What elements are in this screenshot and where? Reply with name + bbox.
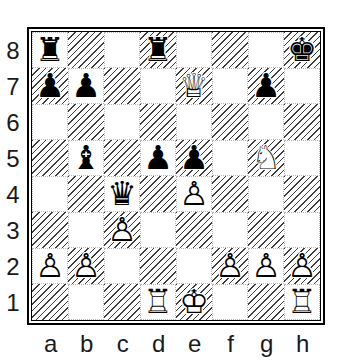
square-g3[interactable] [248,212,284,248]
rank-label-4: 4 [2,177,24,213]
square-c6[interactable] [104,104,140,140]
chess-board: ♜♜♜♜♚♚♟♟♟♟♛♕♟♟♝♝♟♟♟♟♞♘♛♛♟♙♟♙♟♙♟♙♟♙♟♙♟♙♜♖… [32,32,320,320]
square-e8[interactable] [176,32,212,68]
square-h5[interactable] [284,140,320,176]
black-bishop-icon: ♝ [68,139,104,175]
rank-label-2: 2 [2,249,24,285]
piece-halo: ♟ [176,139,212,175]
piece-halo: ♝ [68,139,104,175]
square-h4[interactable] [284,176,320,212]
black-pawn-icon: ♟ [176,139,212,175]
square-f1[interactable] [212,284,248,320]
black-pawn-icon: ♟ [68,67,104,103]
file-label-d: d [141,331,177,357]
square-e5[interactable]: ♟♟ [176,140,212,176]
square-f5[interactable] [212,140,248,176]
rank-label-6: 6 [2,105,24,141]
piece-halo: ♜ [284,283,320,319]
piece-halo: ♟ [284,247,320,283]
square-b2[interactable]: ♟♙ [68,248,104,284]
piece-halo: ♟ [140,139,176,175]
square-b1[interactable] [68,284,104,320]
piece-halo: ♜ [140,31,176,67]
square-b8[interactable] [68,32,104,68]
white-pawn-icon: ♙ [212,247,248,283]
square-f3[interactable] [212,212,248,248]
piece-halo: ♟ [32,67,68,103]
file-label-h: h [285,331,321,357]
square-c3[interactable]: ♟♙ [104,212,140,248]
file-label-a: a [33,331,69,357]
white-pawn-icon: ♙ [176,175,212,211]
square-d5[interactable]: ♟♟ [140,140,176,176]
piece-halo: ♟ [32,247,68,283]
white-queen-icon: ♕ [176,67,212,103]
black-rook-icon: ♜ [32,31,68,67]
file-label-e: e [177,331,213,357]
piece-halo: ♟ [212,247,248,283]
white-knight-icon: ♘ [248,139,284,175]
square-h2[interactable]: ♟♙ [284,248,320,284]
square-b4[interactable] [68,176,104,212]
black-pawn-icon: ♟ [140,139,176,175]
white-pawn-icon: ♙ [248,247,284,283]
piece-halo: ♞ [248,139,284,175]
rank-label-5: 5 [2,141,24,177]
square-d7[interactable] [140,68,176,104]
piece-halo: ♚ [284,31,320,67]
white-rook-icon: ♖ [284,283,320,319]
square-e2[interactable] [176,248,212,284]
square-d3[interactable] [140,212,176,248]
rank-label-1: 1 [2,285,24,321]
square-e3[interactable] [176,212,212,248]
square-a5[interactable] [32,140,68,176]
square-b7[interactable]: ♟♟ [68,68,104,104]
white-king-icon: ♔ [176,283,212,319]
piece-halo: ♛ [104,175,140,211]
square-a3[interactable] [32,212,68,248]
square-h8[interactable]: ♚♚ [284,32,320,68]
square-c2[interactable] [104,248,140,284]
square-f7[interactable] [212,68,248,104]
rank-label-8: 8 [2,33,24,69]
rank-label-7: 7 [2,69,24,105]
black-pawn-icon: ♟ [248,67,284,103]
black-king-icon: ♚ [284,31,320,67]
file-label-c: c [105,331,141,357]
square-f2[interactable]: ♟♙ [212,248,248,284]
square-g5[interactable]: ♞♘ [248,140,284,176]
square-c1[interactable] [104,284,140,320]
square-f6[interactable] [212,104,248,140]
white-pawn-icon: ♙ [104,211,140,247]
square-c8[interactable] [104,32,140,68]
square-a2[interactable]: ♟♙ [32,248,68,284]
square-h6[interactable] [284,104,320,140]
square-a1[interactable] [32,284,68,320]
square-b5[interactable]: ♝♝ [68,140,104,176]
rank-label-3: 3 [2,213,24,249]
square-e6[interactable] [176,104,212,140]
square-c7[interactable] [104,68,140,104]
square-d2[interactable] [140,248,176,284]
board-inner-border: ♜♜♜♜♚♚♟♟♟♟♛♕♟♟♝♝♟♟♟♟♞♘♛♛♟♙♟♙♟♙♟♙♟♙♟♙♟♙♜♖… [31,31,321,321]
piece-halo: ♟ [68,67,104,103]
square-h3[interactable] [284,212,320,248]
square-a8[interactable]: ♜♜ [32,32,68,68]
square-f4[interactable] [212,176,248,212]
piece-halo: ♟ [68,247,104,283]
square-d4[interactable] [140,176,176,212]
square-b6[interactable] [68,104,104,140]
square-d6[interactable] [140,104,176,140]
piece-halo: ♛ [176,67,212,103]
white-pawn-icon: ♙ [32,247,68,283]
square-d8[interactable]: ♜♜ [140,32,176,68]
square-d1[interactable]: ♜♖ [140,284,176,320]
square-c5[interactable] [104,140,140,176]
black-pawn-icon: ♟ [32,67,68,103]
square-g2[interactable]: ♟♙ [248,248,284,284]
black-queen-icon: ♛ [104,175,140,211]
piece-halo: ♜ [140,283,176,319]
file-label-f: f [213,331,249,357]
square-e4[interactable]: ♟♙ [176,176,212,212]
file-label-g: g [249,331,285,357]
square-a4[interactable] [32,176,68,212]
file-label-b: b [69,331,105,357]
chess-diagram: ♜♜♜♜♚♚♟♟♟♟♛♕♟♟♝♝♟♟♟♟♞♘♛♛♟♙♟♙♟♙♟♙♟♙♟♙♟♙♜♖… [0,0,360,360]
white-pawn-icon: ♙ [68,247,104,283]
piece-halo: ♟ [248,67,284,103]
piece-halo: ♟ [176,175,212,211]
square-a6[interactable] [32,104,68,140]
square-h7[interactable] [284,68,320,104]
square-g6[interactable] [248,104,284,140]
square-g1[interactable] [248,284,284,320]
piece-halo: ♟ [248,247,284,283]
white-pawn-icon: ♙ [284,247,320,283]
piece-halo: ♟ [104,211,140,247]
board-frame: ♜♜♜♜♚♚♟♟♟♟♛♕♟♟♝♝♟♟♟♟♞♘♛♛♟♙♟♙♟♙♟♙♟♙♟♙♟♙♜♖… [27,27,325,325]
white-rook-icon: ♖ [140,283,176,319]
square-g7[interactable]: ♟♟ [248,68,284,104]
piece-halo: ♜ [32,31,68,67]
square-a7[interactable]: ♟♟ [32,68,68,104]
black-rook-icon: ♜ [140,31,176,67]
square-e7[interactable]: ♛♕ [176,68,212,104]
square-c4[interactable]: ♛♛ [104,176,140,212]
square-b3[interactable] [68,212,104,248]
square-h1[interactable]: ♜♖ [284,284,320,320]
piece-halo: ♚ [176,283,212,319]
square-f8[interactable] [212,32,248,68]
square-g4[interactable] [248,176,284,212]
square-e1[interactable]: ♚♔ [176,284,212,320]
square-g8[interactable] [248,32,284,68]
